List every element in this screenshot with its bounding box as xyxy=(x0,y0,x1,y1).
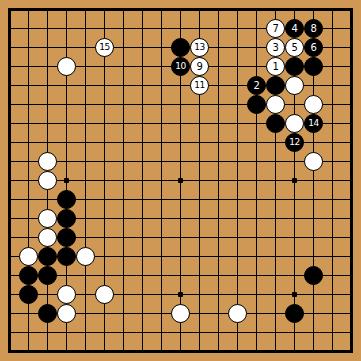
move-number-label: 9 xyxy=(197,62,203,72)
stone-white[interactable] xyxy=(95,285,114,304)
stone-white[interactable] xyxy=(76,247,95,266)
stone-white-move-13[interactable]: 13 xyxy=(190,38,209,57)
move-number-label: 3 xyxy=(273,43,279,53)
stone-white[interactable] xyxy=(38,152,57,171)
stone-white-move-7[interactable]: 7 xyxy=(266,19,285,38)
stone-white[interactable] xyxy=(57,285,76,304)
stone-white[interactable] xyxy=(228,304,247,323)
move-number-label: 15 xyxy=(99,43,109,52)
stone-white[interactable] xyxy=(304,95,323,114)
star-point xyxy=(292,292,297,297)
move-number-label: 5 xyxy=(292,43,298,53)
move-number-label: 10 xyxy=(175,62,185,71)
stone-black[interactable] xyxy=(285,57,304,76)
stone-white[interactable] xyxy=(57,57,76,76)
move-number-label: 7 xyxy=(273,24,279,34)
move-number-label: 11 xyxy=(194,81,204,90)
stone-black[interactable] xyxy=(38,304,57,323)
star-point xyxy=(178,292,183,297)
stone-black[interactable] xyxy=(266,76,285,95)
star-point xyxy=(64,178,69,183)
stone-black[interactable] xyxy=(57,190,76,209)
stone-black-move-10[interactable]: 10 xyxy=(171,57,190,76)
stone-white[interactable] xyxy=(171,304,190,323)
stone-white[interactable] xyxy=(285,114,304,133)
star-point xyxy=(292,178,297,183)
stone-black[interactable] xyxy=(38,266,57,285)
stone-white[interactable] xyxy=(266,95,285,114)
stone-black-move-2[interactable]: 2 xyxy=(247,76,266,95)
stone-black[interactable] xyxy=(285,304,304,323)
move-number-label: 12 xyxy=(289,138,299,147)
stone-white[interactable] xyxy=(19,247,38,266)
stone-black[interactable] xyxy=(171,38,190,57)
stone-white[interactable] xyxy=(57,304,76,323)
stone-black[interactable] xyxy=(38,247,57,266)
move-number-label: 4 xyxy=(292,24,298,34)
stone-black[interactable] xyxy=(19,266,38,285)
move-number-label: 2 xyxy=(254,81,260,91)
stone-black[interactable] xyxy=(266,114,285,133)
stone-black[interactable] xyxy=(57,247,76,266)
stone-black-move-4[interactable]: 4 xyxy=(285,19,304,38)
stone-black[interactable] xyxy=(304,266,323,285)
move-number-label: 13 xyxy=(194,43,204,52)
stone-white[interactable] xyxy=(38,171,57,190)
move-number-label: 6 xyxy=(311,43,317,53)
stone-black-move-6[interactable]: 6 xyxy=(304,38,323,57)
stone-white-move-1[interactable]: 1 xyxy=(266,57,285,76)
stone-white-move-5[interactable]: 5 xyxy=(285,38,304,57)
stone-black-move-8[interactable]: 8 xyxy=(304,19,323,38)
stone-black[interactable] xyxy=(57,209,76,228)
go-board[interactable]: 748151335610911121412 xyxy=(0,0,361,361)
stone-black-move-12[interactable]: 12 xyxy=(285,133,304,152)
stone-white[interactable] xyxy=(285,76,304,95)
move-number-label: 8 xyxy=(311,24,317,34)
stone-white-move-3[interactable]: 3 xyxy=(266,38,285,57)
stone-white[interactable] xyxy=(304,152,323,171)
stone-black-move-14[interactable]: 14 xyxy=(304,114,323,133)
move-number-label: 1 xyxy=(273,62,279,72)
stone-white-move-15[interactable]: 15 xyxy=(95,38,114,57)
stone-white[interactable] xyxy=(38,228,57,247)
move-number-label: 14 xyxy=(308,119,318,128)
stone-white-move-9[interactable]: 9 xyxy=(190,57,209,76)
stone-white[interactable] xyxy=(38,209,57,228)
stone-black[interactable] xyxy=(247,95,266,114)
stone-black[interactable] xyxy=(57,228,76,247)
stone-black[interactable] xyxy=(304,57,323,76)
stone-black[interactable] xyxy=(19,285,38,304)
stone-white-move-11[interactable]: 11 xyxy=(190,76,209,95)
star-point xyxy=(178,178,183,183)
